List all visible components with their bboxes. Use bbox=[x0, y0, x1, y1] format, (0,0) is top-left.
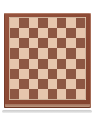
product-photo bbox=[0, 0, 95, 126]
board-grid bbox=[10, 18, 85, 99]
square-b5 bbox=[19, 48, 28, 58]
square-d1 bbox=[38, 89, 47, 99]
square-b1 bbox=[19, 89, 28, 99]
square-g3 bbox=[66, 69, 75, 79]
square-f4 bbox=[57, 59, 66, 69]
square-h8 bbox=[76, 18, 85, 28]
square-h6 bbox=[76, 38, 85, 48]
square-h5 bbox=[76, 48, 85, 58]
chessboard[interactable] bbox=[4, 13, 91, 108]
square-f6 bbox=[57, 38, 66, 48]
square-g7 bbox=[66, 28, 75, 38]
square-g6 bbox=[66, 38, 75, 48]
square-b2 bbox=[19, 79, 28, 89]
square-h2 bbox=[76, 79, 85, 89]
square-d4 bbox=[38, 59, 47, 69]
square-g5 bbox=[66, 48, 75, 58]
square-h3 bbox=[76, 69, 85, 79]
square-b7 bbox=[19, 28, 28, 38]
square-b4 bbox=[19, 59, 28, 69]
square-c8 bbox=[29, 18, 38, 28]
square-f7 bbox=[57, 28, 66, 38]
square-f8 bbox=[57, 18, 66, 28]
square-e5 bbox=[48, 48, 57, 58]
square-a8 bbox=[10, 18, 19, 28]
square-h4 bbox=[76, 59, 85, 69]
square-f2 bbox=[57, 79, 66, 89]
square-a1 bbox=[10, 89, 19, 99]
square-a5 bbox=[10, 48, 19, 58]
square-a4 bbox=[10, 59, 19, 69]
square-g1 bbox=[66, 89, 75, 99]
square-b3 bbox=[19, 69, 28, 79]
square-a3 bbox=[10, 69, 19, 79]
square-c6 bbox=[29, 38, 38, 48]
square-c3 bbox=[29, 69, 38, 79]
square-e1 bbox=[48, 89, 57, 99]
square-h7 bbox=[76, 28, 85, 38]
board-inner-border bbox=[9, 17, 86, 100]
square-d2 bbox=[38, 79, 47, 89]
square-d5 bbox=[38, 48, 47, 58]
square-g4 bbox=[66, 59, 75, 69]
square-f5 bbox=[57, 48, 66, 58]
square-c4 bbox=[29, 59, 38, 69]
square-c2 bbox=[29, 79, 38, 89]
square-e7 bbox=[48, 28, 57, 38]
square-a6 bbox=[10, 38, 19, 48]
square-b8 bbox=[19, 18, 28, 28]
square-g8 bbox=[66, 18, 75, 28]
square-c5 bbox=[29, 48, 38, 58]
square-d6 bbox=[38, 38, 47, 48]
square-e8 bbox=[48, 18, 57, 28]
square-f3 bbox=[57, 69, 66, 79]
square-d3 bbox=[38, 69, 47, 79]
square-e6 bbox=[48, 38, 57, 48]
square-d8 bbox=[38, 18, 47, 28]
square-c1 bbox=[29, 89, 38, 99]
square-e3 bbox=[48, 69, 57, 79]
square-b6 bbox=[19, 38, 28, 48]
square-d7 bbox=[38, 28, 47, 38]
square-c7 bbox=[29, 28, 38, 38]
square-g2 bbox=[66, 79, 75, 89]
board-front-edge bbox=[5, 104, 90, 107]
square-a2 bbox=[10, 79, 19, 89]
square-e2 bbox=[48, 79, 57, 89]
square-e4 bbox=[48, 59, 57, 69]
square-f1 bbox=[57, 89, 66, 99]
board-drop-shadow bbox=[2, 110, 92, 113]
square-h1 bbox=[76, 89, 85, 99]
square-a7 bbox=[10, 28, 19, 38]
